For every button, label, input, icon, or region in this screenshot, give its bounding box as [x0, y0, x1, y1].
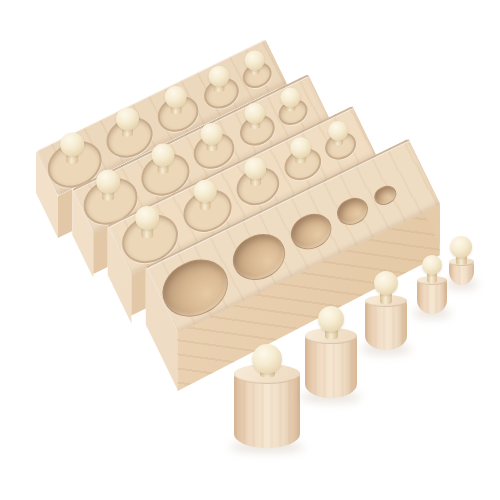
knob-sphere: [450, 236, 472, 258]
product-photo: [0, 0, 500, 500]
loose-cylinder-5-smallest: [0, 0, 500, 500]
loose-cylinders-layer: [0, 0, 500, 500]
